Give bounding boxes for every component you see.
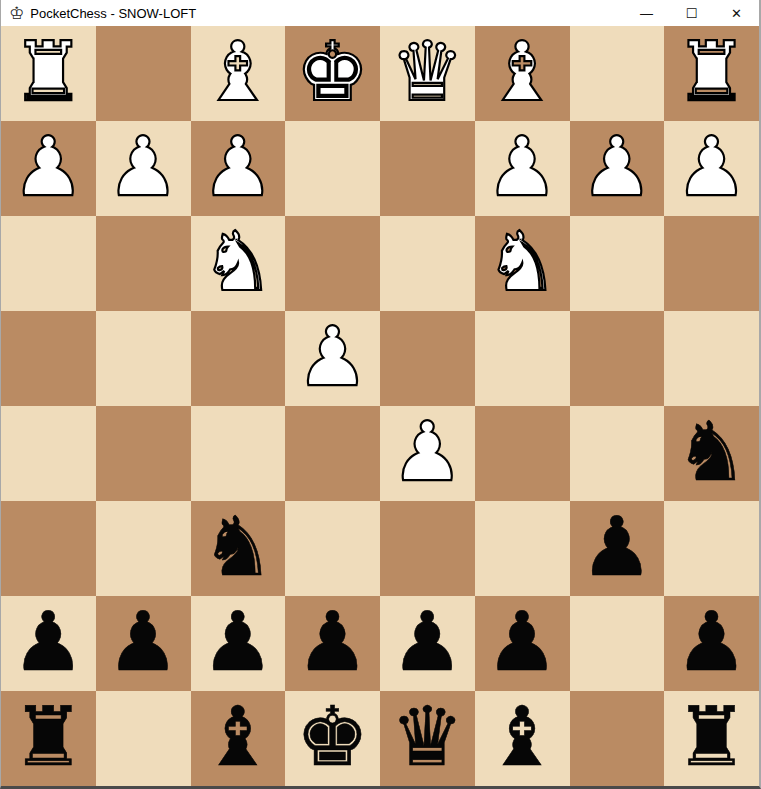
- square-d3[interactable]: [380, 216, 475, 311]
- square-a6[interactable]: [664, 501, 759, 596]
- black-pawn[interactable]: ♟: [485, 601, 559, 683]
- white-bishop[interactable]: ♝: [201, 31, 275, 113]
- square-d4[interactable]: [380, 311, 475, 406]
- square-g8[interactable]: [96, 691, 191, 786]
- square-a2[interactable]: ♟: [664, 121, 759, 216]
- square-d5[interactable]: ♟: [380, 406, 475, 501]
- black-queen[interactable]: ♛: [391, 696, 465, 778]
- window-controls: — ☐ ✕: [624, 0, 759, 26]
- white-bishop[interactable]: ♝: [485, 31, 559, 113]
- white-knight[interactable]: ♞: [485, 221, 559, 303]
- white-pawn[interactable]: ♟: [296, 316, 370, 398]
- white-pawn[interactable]: ♟: [391, 411, 465, 493]
- white-rook[interactable]: ♜: [675, 31, 749, 113]
- square-g7[interactable]: ♟: [96, 596, 191, 691]
- square-c4[interactable]: [475, 311, 570, 406]
- square-e7[interactable]: ♟: [285, 596, 380, 691]
- square-h6[interactable]: [1, 501, 96, 596]
- square-h7[interactable]: ♟: [1, 596, 96, 691]
- white-knight[interactable]: ♞: [201, 221, 275, 303]
- square-f7[interactable]: ♟: [191, 596, 286, 691]
- black-pawn[interactable]: ♟: [296, 601, 370, 683]
- close-button[interactable]: ✕: [714, 0, 759, 26]
- square-d1[interactable]: ♛: [380, 26, 475, 121]
- square-e2[interactable]: [285, 121, 380, 216]
- black-pawn[interactable]: ♟: [675, 601, 749, 683]
- black-rook[interactable]: ♜: [12, 696, 86, 778]
- title-bar[interactable]: ♔ PocketChess - SNOW-LOFT — ☐ ✕: [1, 0, 759, 26]
- white-pawn[interactable]: ♟: [12, 126, 86, 208]
- square-b2[interactable]: ♟: [570, 121, 665, 216]
- white-queen[interactable]: ♛: [391, 31, 465, 113]
- white-king[interactable]: ♚: [296, 31, 370, 113]
- chess-board: ♜♝♚♛♝♜♟♟♟♟♟♟♞♞♟♟♞♞♟♟♟♟♟♟♟♟♜♝♚♛♝♜: [1, 26, 759, 786]
- black-rook[interactable]: ♜: [675, 696, 749, 778]
- white-pawn[interactable]: ♟: [106, 126, 180, 208]
- square-f4[interactable]: [191, 311, 286, 406]
- square-c1[interactable]: ♝: [475, 26, 570, 121]
- black-pawn[interactable]: ♟: [391, 601, 465, 683]
- square-b6[interactable]: ♟: [570, 501, 665, 596]
- black-knight[interactable]: ♞: [201, 506, 275, 588]
- square-b8[interactable]: [570, 691, 665, 786]
- square-g6[interactable]: [96, 501, 191, 596]
- white-pawn[interactable]: ♟: [201, 126, 275, 208]
- square-f2[interactable]: ♟: [191, 121, 286, 216]
- square-c3[interactable]: ♞: [475, 216, 570, 311]
- square-d8[interactable]: ♛: [380, 691, 475, 786]
- square-f3[interactable]: ♞: [191, 216, 286, 311]
- square-e3[interactable]: [285, 216, 380, 311]
- square-b1[interactable]: [570, 26, 665, 121]
- minimize-button[interactable]: —: [624, 0, 669, 26]
- square-h5[interactable]: [1, 406, 96, 501]
- square-a3[interactable]: [664, 216, 759, 311]
- square-g5[interactable]: [96, 406, 191, 501]
- black-pawn[interactable]: ♟: [106, 601, 180, 683]
- square-c2[interactable]: ♟: [475, 121, 570, 216]
- square-g4[interactable]: [96, 311, 191, 406]
- square-a1[interactable]: ♜: [664, 26, 759, 121]
- square-h1[interactable]: ♜: [1, 26, 96, 121]
- square-b7[interactable]: [570, 596, 665, 691]
- square-c5[interactable]: [475, 406, 570, 501]
- square-b5[interactable]: [570, 406, 665, 501]
- square-h8[interactable]: ♜: [1, 691, 96, 786]
- square-c6[interactable]: [475, 501, 570, 596]
- square-e6[interactable]: [285, 501, 380, 596]
- square-a7[interactable]: ♟: [664, 596, 759, 691]
- square-h2[interactable]: ♟: [1, 121, 96, 216]
- square-b4[interactable]: [570, 311, 665, 406]
- black-bishop[interactable]: ♝: [201, 696, 275, 778]
- square-e5[interactable]: [285, 406, 380, 501]
- black-pawn[interactable]: ♟: [580, 506, 654, 588]
- white-pawn[interactable]: ♟: [485, 126, 559, 208]
- black-pawn[interactable]: ♟: [12, 601, 86, 683]
- square-f6[interactable]: ♞: [191, 501, 286, 596]
- square-b3[interactable]: [570, 216, 665, 311]
- black-pawn[interactable]: ♟: [201, 601, 275, 683]
- black-king[interactable]: ♚: [296, 696, 370, 778]
- square-e1[interactable]: ♚: [285, 26, 380, 121]
- square-g3[interactable]: [96, 216, 191, 311]
- square-g1[interactable]: [96, 26, 191, 121]
- square-h3[interactable]: [1, 216, 96, 311]
- white-pawn[interactable]: ♟: [580, 126, 654, 208]
- square-a4[interactable]: [664, 311, 759, 406]
- square-a8[interactable]: ♜: [664, 691, 759, 786]
- square-e4[interactable]: ♟: [285, 311, 380, 406]
- square-c7[interactable]: ♟: [475, 596, 570, 691]
- app-king-icon: ♔: [9, 5, 24, 22]
- white-pawn[interactable]: ♟: [675, 126, 749, 208]
- black-knight[interactable]: ♞: [675, 411, 749, 493]
- square-d6[interactable]: [380, 501, 475, 596]
- square-f5[interactable]: [191, 406, 286, 501]
- black-bishop[interactable]: ♝: [485, 696, 559, 778]
- square-d7[interactable]: ♟: [380, 596, 475, 691]
- square-f8[interactable]: ♝: [191, 691, 286, 786]
- square-c8[interactable]: ♝: [475, 691, 570, 786]
- square-a5[interactable]: ♞: [664, 406, 759, 501]
- maximize-button[interactable]: ☐: [669, 0, 714, 26]
- square-g2[interactable]: ♟: [96, 121, 191, 216]
- square-h4[interactable]: [1, 311, 96, 406]
- white-rook[interactable]: ♜: [12, 31, 86, 113]
- square-e8[interactable]: ♚: [285, 691, 380, 786]
- window-title: PocketChess - SNOW-LOFT: [30, 6, 196, 21]
- app-window: ♔ PocketChess - SNOW-LOFT — ☐ ✕ ♜♝♚♛♝♜♟♟…: [0, 0, 761, 789]
- square-d2[interactable]: [380, 121, 475, 216]
- square-f1[interactable]: ♝: [191, 26, 286, 121]
